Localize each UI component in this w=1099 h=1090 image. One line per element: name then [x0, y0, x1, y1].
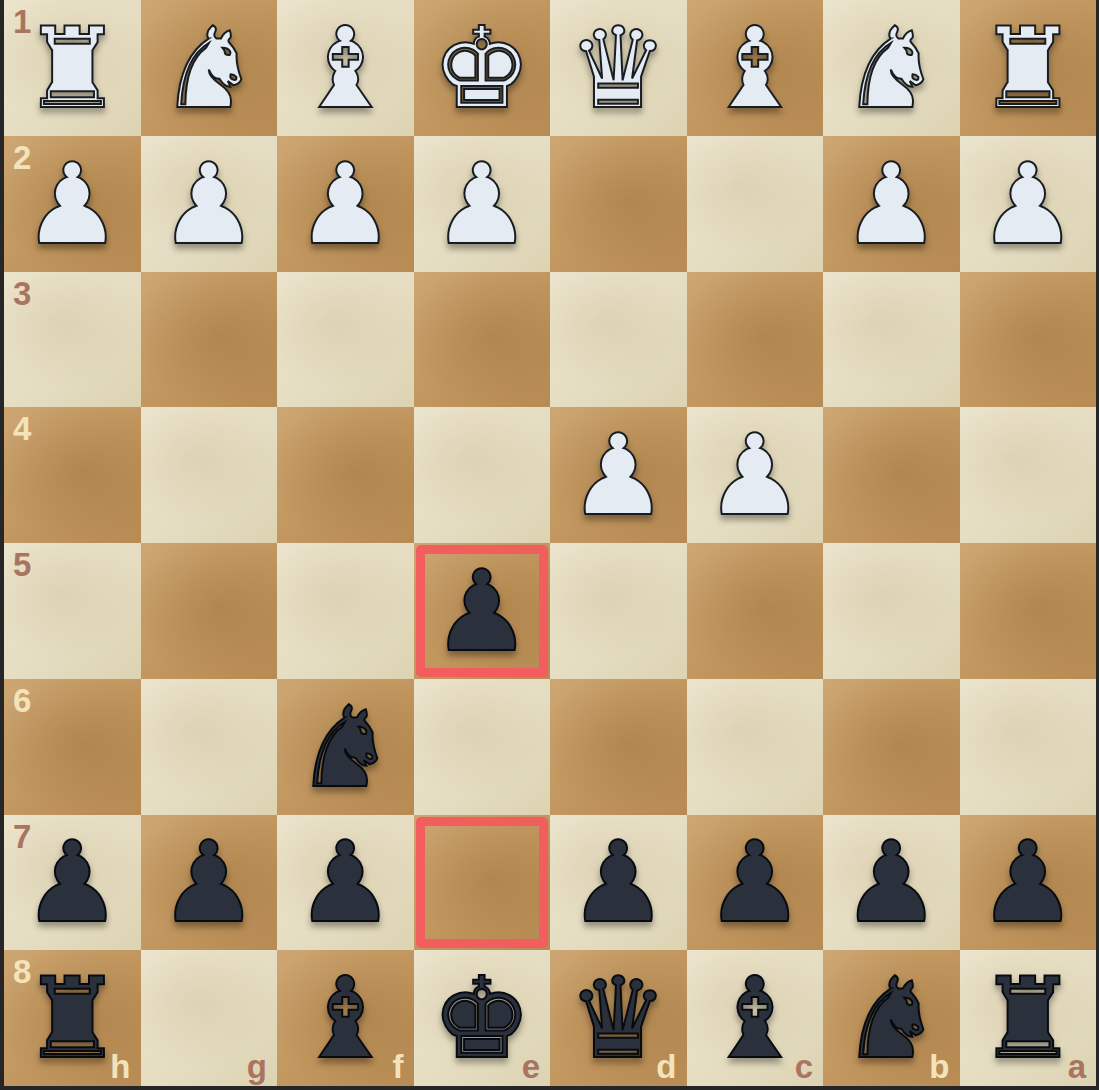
square-h3[interactable]: 3 — [4, 272, 141, 408]
piece-white-knight-b1[interactable]: ♞ — [841, 12, 941, 124]
square-f8[interactable]: ♝f — [277, 950, 414, 1086]
piece-black-pawn-h7[interactable]: ♟ — [22, 826, 122, 938]
square-f3[interactable] — [277, 272, 414, 408]
square-g7[interactable]: ♟ — [141, 815, 278, 951]
square-f7[interactable]: ♟ — [277, 815, 414, 951]
square-g1[interactable]: ♞ — [141, 0, 278, 136]
piece-white-knight-g1[interactable]: ♞ — [159, 12, 259, 124]
piece-white-pawn-b2[interactable]: ♟ — [841, 148, 941, 260]
piece-white-queen-d1[interactable]: ♛ — [568, 12, 668, 124]
piece-white-pawn-g2[interactable]: ♟ — [159, 148, 259, 260]
square-g6[interactable] — [141, 679, 278, 815]
square-a2[interactable]: ♟ — [960, 136, 1097, 272]
square-h6[interactable]: 6 — [4, 679, 141, 815]
square-h4[interactable]: 4 — [4, 407, 141, 543]
piece-black-pawn-f7[interactable]: ♟ — [295, 826, 395, 938]
square-h8[interactable]: ♜8h — [4, 950, 141, 1086]
square-e2[interactable]: ♟ — [414, 136, 551, 272]
board-frame: ♜1♞♝♚♛♝♞♜♟2♟♟♟♟♟34♟♟5♟6♞♟7♟♟♟♟♟♟♜8hg♝f♚e… — [0, 0, 1099, 1090]
square-d8[interactable]: ♛d — [550, 950, 687, 1086]
square-h1[interactable]: ♜1 — [4, 0, 141, 136]
square-b8[interactable]: ♞b — [823, 950, 960, 1086]
piece-black-pawn-c7[interactable]: ♟ — [705, 826, 805, 938]
square-a1[interactable]: ♜ — [960, 0, 1097, 136]
square-a8[interactable]: ♜a — [960, 950, 1097, 1086]
piece-black-bishop-c8[interactable]: ♝ — [705, 962, 805, 1074]
rank-label-5: 5 — [13, 548, 31, 581]
square-c2[interactable] — [687, 136, 824, 272]
square-b7[interactable]: ♟ — [823, 815, 960, 951]
piece-black-queen-d8[interactable]: ♛ — [568, 962, 668, 1074]
piece-white-rook-h1[interactable]: ♜ — [22, 12, 122, 124]
piece-white-rook-a1[interactable]: ♜ — [978, 12, 1078, 124]
square-d7[interactable]: ♟ — [550, 815, 687, 951]
piece-white-pawn-c4[interactable]: ♟ — [705, 419, 805, 531]
piece-black-knight-b8[interactable]: ♞ — [841, 962, 941, 1074]
square-b6[interactable] — [823, 679, 960, 815]
square-g4[interactable] — [141, 407, 278, 543]
square-e4[interactable] — [414, 407, 551, 543]
square-b5[interactable] — [823, 543, 960, 679]
piece-black-knight-f6[interactable]: ♞ — [295, 691, 395, 803]
square-b4[interactable] — [823, 407, 960, 543]
square-c6[interactable] — [687, 679, 824, 815]
square-a5[interactable] — [960, 543, 1097, 679]
square-e1[interactable]: ♚ — [414, 0, 551, 136]
square-c8[interactable]: ♝c — [687, 950, 824, 1086]
square-f1[interactable]: ♝ — [277, 0, 414, 136]
square-h7[interactable]: ♟7 — [4, 815, 141, 951]
square-h2[interactable]: ♟2 — [4, 136, 141, 272]
square-d6[interactable] — [550, 679, 687, 815]
piece-black-king-e8[interactable]: ♚ — [432, 962, 532, 1074]
square-c7[interactable]: ♟ — [687, 815, 824, 951]
square-f5[interactable] — [277, 543, 414, 679]
square-h5[interactable]: 5 — [4, 543, 141, 679]
square-f2[interactable]: ♟ — [277, 136, 414, 272]
square-c3[interactable] — [687, 272, 824, 408]
piece-black-pawn-b7[interactable]: ♟ — [841, 826, 941, 938]
square-a3[interactable] — [960, 272, 1097, 408]
square-d1[interactable]: ♛ — [550, 0, 687, 136]
piece-white-pawn-a2[interactable]: ♟ — [978, 148, 1078, 260]
square-b2[interactable]: ♟ — [823, 136, 960, 272]
piece-white-pawn-h2[interactable]: ♟ — [22, 148, 122, 260]
square-e5[interactable]: ♟ — [414, 543, 551, 679]
square-d3[interactable] — [550, 272, 687, 408]
rank-label-4: 4 — [13, 412, 31, 445]
piece-black-pawn-a7[interactable]: ♟ — [978, 826, 1078, 938]
square-e6[interactable] — [414, 679, 551, 815]
square-c1[interactable]: ♝ — [687, 0, 824, 136]
square-a6[interactable] — [960, 679, 1097, 815]
piece-black-rook-a8[interactable]: ♜ — [978, 962, 1078, 1074]
square-e3[interactable] — [414, 272, 551, 408]
square-d4[interactable]: ♟ — [550, 407, 687, 543]
rank-label-3: 3 — [13, 277, 31, 310]
piece-white-bishop-f1[interactable]: ♝ — [295, 12, 395, 124]
rank-label-6: 6 — [13, 684, 31, 717]
square-c5[interactable] — [687, 543, 824, 679]
square-b3[interactable] — [823, 272, 960, 408]
square-a7[interactable]: ♟ — [960, 815, 1097, 951]
square-g2[interactable]: ♟ — [141, 136, 278, 272]
square-d5[interactable] — [550, 543, 687, 679]
piece-black-bishop-f8[interactable]: ♝ — [295, 962, 395, 1074]
chess-board: ♜1♞♝♚♛♝♞♜♟2♟♟♟♟♟34♟♟5♟6♞♟7♟♟♟♟♟♟♜8hg♝f♚e… — [4, 0, 1096, 1086]
square-d2[interactable] — [550, 136, 687, 272]
square-f6[interactable]: ♞ — [277, 679, 414, 815]
piece-black-pawn-e5[interactable]: ♟ — [432, 555, 532, 667]
piece-white-pawn-f2[interactable]: ♟ — [295, 148, 395, 260]
piece-black-pawn-g7[interactable]: ♟ — [159, 826, 259, 938]
square-g3[interactable] — [141, 272, 278, 408]
piece-white-pawn-e2[interactable]: ♟ — [432, 148, 532, 260]
piece-black-pawn-d7[interactable]: ♟ — [568, 826, 668, 938]
square-e8[interactable]: ♚e — [414, 950, 551, 1086]
file-label-g: g — [247, 1050, 267, 1083]
piece-white-pawn-d4[interactable]: ♟ — [568, 419, 668, 531]
square-g8[interactable]: g — [141, 950, 278, 1086]
piece-black-rook-h8[interactable]: ♜ — [22, 962, 122, 1074]
square-e7[interactable] — [414, 815, 551, 951]
square-b1[interactable]: ♞ — [823, 0, 960, 136]
square-c4[interactable]: ♟ — [687, 407, 824, 543]
square-f4[interactable] — [277, 407, 414, 543]
square-g5[interactable] — [141, 543, 278, 679]
piece-white-bishop-c1[interactable]: ♝ — [705, 12, 805, 124]
piece-white-king-e1[interactable]: ♚ — [432, 12, 532, 124]
square-a4[interactable] — [960, 407, 1097, 543]
